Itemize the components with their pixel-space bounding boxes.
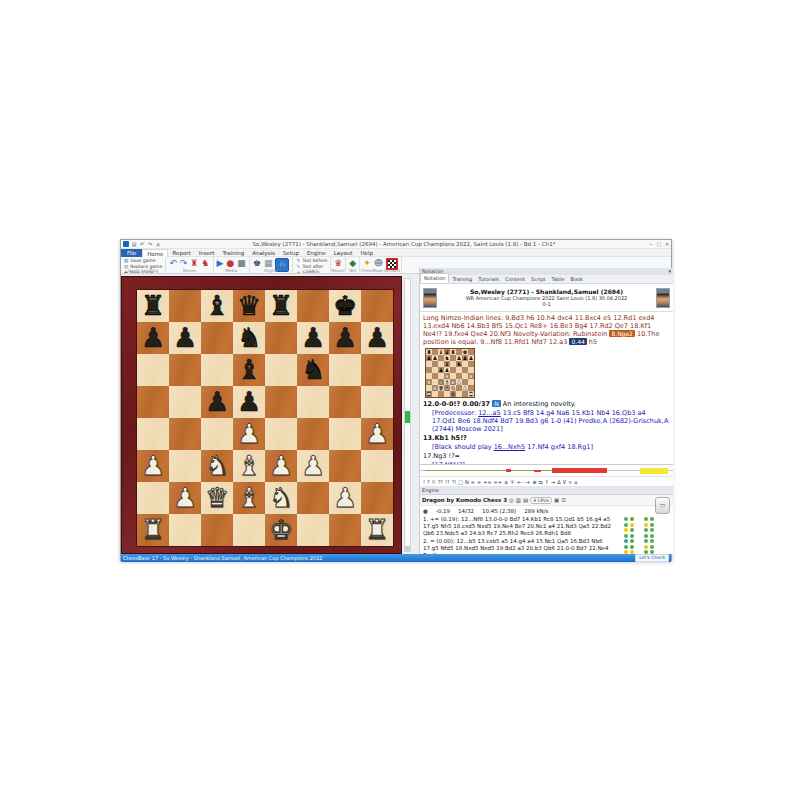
square-d4[interactable]: ♟ xyxy=(233,418,265,450)
square-g3[interactable] xyxy=(329,450,361,482)
square-d8[interactable]: ♛ xyxy=(233,290,265,322)
panel-tab-table[interactable]: Table xyxy=(549,275,568,283)
black-knight: ♞ xyxy=(233,322,265,353)
scrollbar-handle[interactable] xyxy=(405,411,410,423)
square-f5[interactable] xyxy=(297,386,329,418)
annotation-symbol-button[interactable]: □ xyxy=(458,479,463,485)
status-bar: ChessBase 17 - So,Wesley - Shankland,Sam… xyxy=(121,554,671,562)
quick-access-toolbar: ▤↶↷⌂ xyxy=(129,241,161,247)
notation-segment[interactable]: 17.Nf4 gxf4 18.Rg1] xyxy=(525,443,593,451)
square-e8[interactable]: ♜ xyxy=(265,290,297,322)
ribbon-group-caption: Moves xyxy=(166,268,212,273)
engine-toolbar-icon[interactable]: ▥ xyxy=(516,497,521,503)
notation-diagram: ♜♝♛♜♚♟♟♞♟♟♟♝♞♟♟♟♟♟♞♝♟♟♟♛♝♞♟♜♚♜ xyxy=(425,348,475,398)
profile-mark xyxy=(425,470,552,471)
engine-dot xyxy=(630,534,634,538)
ribbon-tab-engine[interactable]: Engine xyxy=(303,249,330,257)
ribbon-group-caption: Media xyxy=(214,268,249,273)
annotation-symbol-button[interactable]: ⇆ xyxy=(539,479,543,485)
black-pawn: ♟ xyxy=(137,322,169,353)
engine-dot xyxy=(630,528,634,532)
black-king: ♚ xyxy=(329,290,361,321)
square-c6[interactable] xyxy=(201,354,233,386)
annotation-symbol-button[interactable]: ! xyxy=(423,479,425,485)
engine-header: Dragon by Komodo Chess 3 ◎▥▤ 4 CPUs ▣ ☰ xyxy=(420,495,673,506)
screenshot-canvas: ▤↶↷⌂ So,Wesley (2771) - Shankland,Samuel… xyxy=(0,0,800,800)
ribbon-group-caption: Net xyxy=(346,268,359,273)
ribbon-group-caption: Game handling xyxy=(121,268,165,273)
annotation-symbol-button[interactable]: ∓ xyxy=(510,479,514,485)
engine-dot xyxy=(624,523,628,527)
ribbon-tab-help[interactable]: Help xyxy=(356,249,377,257)
engine-caption-label: Engine xyxy=(422,487,439,493)
engine-dot xyxy=(650,523,654,527)
panel-tab-script[interactable]: Script xyxy=(528,275,549,283)
square-g8[interactable]: ♚ xyxy=(329,290,361,322)
white-king: ♚ xyxy=(265,514,297,545)
white-rook: ♜ xyxy=(137,514,169,545)
square-g4[interactable] xyxy=(329,418,361,450)
engine-dot xyxy=(650,528,654,532)
black-pawn: ♟ xyxy=(297,322,329,353)
scrollbar-grip[interactable] xyxy=(405,546,410,551)
ribbon-command[interactable]: ✎Text before xyxy=(296,258,327,263)
engine-toolbar-icon[interactable]: ◎ xyxy=(509,497,514,503)
board-frame: ♜♝♛♜♚♟♟♞♟♟♟♝♞♟♟♟♟♟♞♝♟♟♟♛♝♞♟♜♚♜ xyxy=(121,276,402,554)
panel-caption-chevron-icon[interactable]: ▾ xyxy=(668,268,671,275)
square-e1[interactable]: ♚ xyxy=(265,514,297,546)
ribbon-group-caption: Insert xyxy=(293,268,330,273)
annotation-symbol-button[interactable]: += xyxy=(483,479,491,485)
annotation-symbol-button[interactable]: +- xyxy=(516,479,522,485)
square-c2[interactable]: ♛ xyxy=(201,482,233,514)
status-bar-text: ChessBase 17 - So,Wesley - Shankland,Sam… xyxy=(123,555,635,561)
square-e7[interactable] xyxy=(265,322,297,354)
game-header-text: So,Wesley (2771) - Shankland,Samuel (269… xyxy=(440,288,653,307)
notation-line: Long Nimzo-Indian lines: 9.Bd3 h6 10.h4 … xyxy=(423,314,670,346)
square-d2[interactable]: ♝ xyxy=(233,482,265,514)
lets-check-dot-grid xyxy=(624,517,670,554)
notation-move-link[interactable]: 12...a5 xyxy=(478,409,501,417)
board-scrollbar[interactable] xyxy=(404,278,411,552)
dot-row xyxy=(624,539,670,543)
quick-access-icon[interactable]: ↷ xyxy=(147,241,153,247)
lock-icon[interactable]: ▣ xyxy=(554,497,559,503)
black-bishop: ♝ xyxy=(233,354,265,385)
notation-segment[interactable]: [Black should play xyxy=(432,443,494,451)
square-h5[interactable] xyxy=(361,386,393,418)
notation-line: [Black should play 16...Nxh5 17.Nf4 gxf4… xyxy=(423,443,670,451)
dot-row xyxy=(624,523,670,527)
white-bishop: ♝ xyxy=(233,482,265,513)
engine-dot xyxy=(650,539,654,543)
black-rook: ♜ xyxy=(137,290,169,321)
notation-line: 17.Ng3 !?= xyxy=(423,452,670,460)
square-f4[interactable] xyxy=(297,418,329,450)
square-g1[interactable] xyxy=(329,514,361,546)
square-g7[interactable]: ♟ xyxy=(329,322,361,354)
engine-dot xyxy=(644,534,648,538)
engine-time: 10:45 (2:38) xyxy=(482,508,516,514)
square-e6[interactable] xyxy=(265,354,297,386)
white-pawn: ♟ xyxy=(137,450,169,481)
notation-segment[interactable]: 17.Ng3 !?= xyxy=(423,452,460,460)
engine-panel-expand-button[interactable]: ▭ xyxy=(655,497,670,514)
engine-dot xyxy=(650,534,654,538)
square-b5[interactable] xyxy=(169,386,201,418)
square-h1[interactable]: ♜ xyxy=(361,514,393,546)
panel-tab-tutorials[interactable]: Tutorials xyxy=(475,275,502,283)
square-e4[interactable] xyxy=(265,418,297,450)
dot-row xyxy=(624,545,670,549)
square-c4[interactable] xyxy=(201,418,233,450)
annotation-symbol-button[interactable]: ⊕ xyxy=(532,479,536,485)
square-c7[interactable] xyxy=(201,322,233,354)
white-player-photo xyxy=(423,288,437,308)
square-g6[interactable] xyxy=(329,354,361,386)
square-e5[interactable] xyxy=(265,386,297,418)
annotation-symbol-button[interactable]: -+ xyxy=(524,479,530,485)
notation-segment[interactable]: 12.0-0-0!? 0.00/37 xyxy=(423,400,492,408)
square-h8[interactable] xyxy=(361,290,393,322)
menu-icon[interactable]: ☰ xyxy=(561,497,566,503)
ribbon-tab-report[interactable]: Report xyxy=(168,249,194,257)
annotation-symbol-button[interactable]: ? xyxy=(427,479,430,485)
notation-panel: Notation ▾ NotationTrainingTutorialsCont… xyxy=(419,268,673,554)
dot-row xyxy=(624,517,670,521)
square-g2[interactable]: ♟ xyxy=(329,482,361,514)
quick-access-icon[interactable]: ↶ xyxy=(139,241,145,247)
square-f1[interactable] xyxy=(297,514,329,546)
engine-dot xyxy=(624,545,628,549)
square-c5[interactable]: ♟ xyxy=(201,386,233,418)
square-b1[interactable] xyxy=(169,514,201,546)
engine-dot xyxy=(644,517,648,521)
ribbon-tab-training[interactable]: Training xyxy=(218,249,248,257)
ribbon-group-moves: ↶↷♜♞Moves xyxy=(166,257,213,273)
square-h6[interactable] xyxy=(361,354,393,386)
panel-tab-row: NotationTrainingTutorialsContentScriptTa… xyxy=(420,275,673,284)
square-b6[interactable] xyxy=(169,354,201,386)
square-a1[interactable]: ♜ xyxy=(137,514,169,546)
ribbon-tab-setup[interactable]: Setup xyxy=(279,249,303,257)
panel-caption: Notation ▾ xyxy=(420,268,673,275)
annotation-symbol-button[interactable]: N xyxy=(465,479,469,485)
panel-tab-training[interactable]: Training xyxy=(449,275,475,283)
ribbon-group-report: ♛Report xyxy=(331,257,346,273)
chessbase-logo-checker xyxy=(388,260,396,268)
white-pawn: ♟ xyxy=(329,482,361,513)
square-f7[interactable]: ♟ xyxy=(297,322,329,354)
ribbon-tab-layout[interactable]: Layout xyxy=(330,249,357,257)
square-d7[interactable]: ♞ xyxy=(233,322,265,354)
black-pawn: ♟ xyxy=(329,322,361,353)
minimize-button[interactable]: ─ xyxy=(647,241,655,248)
square-a3[interactable]: ♟ xyxy=(137,450,169,482)
engine-pv-line[interactable]: 1. += (0.19): 12...Nf8 13.0-0-0 Bd7 14.K… xyxy=(423,516,613,537)
square-h2[interactable] xyxy=(361,482,393,514)
turn-icon: ● xyxy=(423,508,428,514)
white-pawn: ♟ xyxy=(265,450,297,481)
square-b4[interactable] xyxy=(169,418,201,450)
engine-header-icons: ◎▥▤ xyxy=(509,497,528,503)
black-pawn: ♟ xyxy=(361,322,393,353)
square-a5[interactable] xyxy=(137,386,169,418)
notation-line: [Predecessor: 12...a5 13.c5 Bf8 14.g4 Na… xyxy=(423,409,670,433)
ribbon-command-label: Text before xyxy=(302,258,327,263)
notation-line: 12.0-0-0!? 0.00/37 N An interesting nove… xyxy=(423,400,670,408)
white-pawn: ♟ xyxy=(169,482,201,513)
panel-tab-book[interactable]: Book xyxy=(567,275,585,283)
notation-segment[interactable]: 8.Nge2 xyxy=(609,330,635,337)
engine-dot xyxy=(650,517,654,521)
engine-cpus-pill[interactable]: 4 CPUs xyxy=(530,497,552,504)
square-a2[interactable] xyxy=(137,482,169,514)
engine-speed: 289 kN/s xyxy=(524,508,548,514)
ribbon-command-icon: ▤ xyxy=(124,258,128,263)
notation-segment[interactable]: 13.Kb1 h5!? xyxy=(423,434,467,442)
black-pawn: ♟ xyxy=(201,386,233,417)
annotation-symbol-button[interactable]: !? xyxy=(445,479,450,485)
square-g5[interactable] xyxy=(329,386,361,418)
evaluation-profile[interactable] xyxy=(420,464,673,477)
annotation-symbol-button[interactable]: ?! xyxy=(452,479,457,485)
square-f3[interactable]: ♟ xyxy=(297,450,329,482)
white-pawn: ♟ xyxy=(233,418,265,449)
engine-dot xyxy=(644,539,648,543)
square-f6[interactable]: ♞ xyxy=(297,354,329,386)
annotation-symbol-button[interactable]: ?? xyxy=(438,479,443,485)
ribbon-group-net: ◆Net xyxy=(346,257,360,273)
engine-dot xyxy=(650,545,654,549)
panel-tab-notation[interactable]: Notation xyxy=(420,273,449,283)
engine-dot xyxy=(630,517,634,521)
ribbon-group-caption: ChessBase Account xyxy=(360,268,401,273)
square-c8[interactable]: ♝ xyxy=(201,290,233,322)
square-c3[interactable]: ♞ xyxy=(201,450,233,482)
chess-board: ♜♝♛♜♚♟♟♞♟♟♟♝♞♟♟♟♟♟♞♝♟♟♟♛♝♞♟♜♚♜ xyxy=(136,289,394,547)
window-title: So,Wesley (2771) - Shankland,Samuel (269… xyxy=(161,241,647,247)
white-queen: ♛ xyxy=(201,482,233,513)
square-h4[interactable]: ♟ xyxy=(361,418,393,450)
notation-line: 13.Kb1 h5!? xyxy=(423,434,670,442)
maximize-button[interactable]: ▢ xyxy=(655,241,663,248)
black-bishop: ♝ xyxy=(201,290,233,321)
engine-dot xyxy=(624,534,628,538)
white-pawn: ♟ xyxy=(361,418,393,449)
square-a8[interactable]: ♜ xyxy=(137,290,169,322)
square-d6[interactable]: ♝ xyxy=(233,354,265,386)
black-pawn: ♟ xyxy=(169,322,201,353)
engine-pv-line[interactable]: 2. = (0.00): 12...b5 13.cxb5 a5 14.g4 a4… xyxy=(423,538,613,554)
profile-mark xyxy=(640,468,668,474)
notation-segment[interactable]: N xyxy=(492,400,501,407)
engine-toolbar-icon[interactable]: ▤ xyxy=(523,497,528,503)
square-h7[interactable]: ♟ xyxy=(361,322,393,354)
result-line: 0-1 xyxy=(440,301,653,307)
square-c1[interactable] xyxy=(201,514,233,546)
notation-segment[interactable]: An interesting novelty. xyxy=(501,400,576,408)
close-button[interactable]: ✕ xyxy=(663,241,671,248)
annotation-symbol-button[interactable]: ∞ xyxy=(477,479,481,485)
ribbon-tab-insert[interactable]: Insert xyxy=(195,249,219,257)
ribbon-tab-row: File HomeReportInsertTrainingAnalysisSet… xyxy=(121,249,671,257)
engine-dot xyxy=(630,545,634,549)
square-d1[interactable] xyxy=(233,514,265,546)
quick-access-icon[interactable]: ▤ xyxy=(131,241,137,247)
dot-row xyxy=(624,528,670,532)
white-knight: ♞ xyxy=(265,482,297,513)
square-a4[interactable] xyxy=(137,418,169,450)
profile-mark xyxy=(552,468,608,473)
square-e3[interactable]: ♟ xyxy=(265,450,297,482)
notation-segment[interactable]: [Predecessor: xyxy=(432,409,478,417)
white-rook: ♜ xyxy=(361,514,393,545)
square-b3[interactable] xyxy=(169,450,201,482)
annotation-symbol-button[interactable]: ↑ xyxy=(545,479,549,485)
ribbon-command-label: Save game xyxy=(130,258,155,263)
square-f2[interactable] xyxy=(297,482,329,514)
game-header: So,Wesley (2771) - Shankland,Samuel (269… xyxy=(420,284,673,312)
status-bar-button[interactable]: Let's Check xyxy=(635,554,669,562)
white-pawn: ♟ xyxy=(297,450,329,481)
square-b8[interactable] xyxy=(169,290,201,322)
engine-panel-caption: Engine xyxy=(420,487,673,495)
engine-dot xyxy=(624,517,628,521)
square-h1: ♜ xyxy=(468,391,474,397)
ribbon-command-icon: ✎ xyxy=(296,258,300,263)
annotation-symbol-button[interactable]: ⌂ xyxy=(574,479,577,485)
players-line: So,Wesley (2771) - Shankland,Samuel (269… xyxy=(440,288,653,295)
engine-eval: -0.19 xyxy=(436,508,450,514)
white-bishop: ♝ xyxy=(233,450,265,481)
profile-mark xyxy=(506,469,511,472)
ribbon-tab-home[interactable]: Home xyxy=(142,249,168,257)
profile-mark xyxy=(534,470,542,472)
black-knight: ♞ xyxy=(297,354,329,385)
ribbon-group-media: ▶●■Media xyxy=(214,257,250,273)
annotation-symbol-button[interactable]: =+ xyxy=(494,479,502,485)
engine-dot xyxy=(644,523,648,527)
ribbon-group-chessbase-account: ✦☻ChessBase Account xyxy=(360,257,402,273)
square-h3[interactable] xyxy=(361,450,393,482)
square-f8[interactable] xyxy=(297,290,329,322)
square-d3[interactable]: ♝ xyxy=(233,450,265,482)
annotation-symbol-button[interactable]: ∇ xyxy=(563,479,566,485)
square-e2[interactable]: ♞ xyxy=(265,482,297,514)
square-a7[interactable]: ♟ xyxy=(137,322,169,354)
black-queen: ♛ xyxy=(233,290,265,321)
ribbon-group-insert: ✎Text before✎Text after★SymbolInsert xyxy=(293,257,331,273)
square-a6[interactable] xyxy=(137,354,169,386)
square-d5[interactable]: ♟ xyxy=(233,386,265,418)
dot-row xyxy=(624,534,670,538)
engine-pv-lines: 1. += (0.19): 12...Nf8 13.0-0-0 Bd7 14.K… xyxy=(420,515,616,554)
ribbon-group-caption: Engine xyxy=(250,268,293,273)
annotation-symbol-button[interactable]: = xyxy=(471,479,475,485)
black-rook: ♜ xyxy=(265,290,297,321)
engine-info-row: ● -0.19 14/32 10:45 (2:38) 289 kN/s xyxy=(420,506,673,515)
panel-tab-content[interactable]: Content xyxy=(502,275,528,283)
engine-dot xyxy=(630,539,634,543)
ribbon-tab-file[interactable]: File xyxy=(121,249,142,257)
engine-depth: 14/32 xyxy=(458,508,474,514)
engine-dot xyxy=(624,528,628,532)
annotation-symbol-button[interactable]: × xyxy=(568,479,572,485)
annotation-symbol-button[interactable]: Δ xyxy=(557,479,560,485)
engine-name[interactable]: Dragon by Komodo Chess 3 xyxy=(422,497,507,503)
white-knight: ♞ xyxy=(201,450,233,481)
white-rook: ♜ xyxy=(468,391,474,397)
ribbon-tab-analysis[interactable]: Analysis xyxy=(248,249,279,257)
annotation-symbols-toolbar: !?!!??!??!□N=∞+==+±∓+--+⊕⇆↑→Δ∇×⌂ xyxy=(420,477,673,487)
engine-panel: Dragon by Komodo Chess 3 ◎▥▤ 4 CPUs ▣ ☰ … xyxy=(420,495,673,554)
ribbon-group-game-handling: ▤Save game▤Replace game✚New gameGame han… xyxy=(121,257,166,273)
square-b2[interactable]: ♟ xyxy=(169,482,201,514)
ribbon-command[interactable]: ▤Save game xyxy=(124,258,162,263)
chessbase-window: ▤↶↷⌂ So,Wesley (2771) - Shankland,Samuel… xyxy=(120,239,672,561)
annotation-symbol-button[interactable]: !! xyxy=(432,479,436,485)
ribbon-group-engine: ♚▦♘Engine xyxy=(250,257,294,273)
annotation-symbol-button[interactable]: → xyxy=(551,479,555,485)
notation-move-link[interactable]: 16...Nxh5 xyxy=(494,443,525,451)
square-b7[interactable]: ♟ xyxy=(169,322,201,354)
annotation-symbol-button[interactable]: ± xyxy=(504,479,508,485)
notation-segment[interactable]: 0.44 xyxy=(569,338,586,345)
engine-dot xyxy=(644,528,648,532)
engine-dot xyxy=(644,545,648,549)
engine-dot xyxy=(630,523,634,527)
notation-body: Long Nimzo-Indian lines: 9.Bd3 h6 10.h4 … xyxy=(420,312,673,464)
black-pawn: ♟ xyxy=(233,386,265,417)
engine-dot xyxy=(624,539,628,543)
notation-segment[interactable]: h5 xyxy=(587,338,597,346)
black-player-photo xyxy=(656,288,670,308)
ribbon-group-caption: Report xyxy=(331,268,345,273)
